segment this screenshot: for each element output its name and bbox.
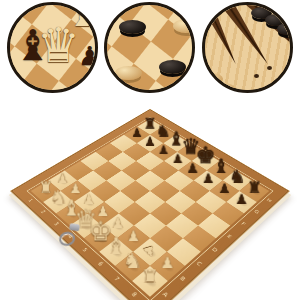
folding-chessboard: ♜♞♝♛♚♝♞♜♟♟♟♟♟♟♟♟♟♟♟♟♟♟♟♟♜♞♝♛♚♝♞♜ 1234567… (11, 109, 289, 300)
rank-label: 6 (97, 260, 105, 267)
board-grid: ♜♞♝♛♚♝♞♜♟♟♟♟♟♟♟♟♟♟♟♟♟♟♟♟♜♞♝♛♚♝♞♜ (31, 119, 269, 297)
wood-knot-dot (267, 66, 272, 70)
black-checker-disc (119, 20, 146, 34)
black-backgammon-disc (277, 23, 293, 35)
rank-label: 7 (113, 275, 121, 282)
file-label: D (211, 246, 219, 253)
file-label: H (266, 198, 273, 203)
chess-detail-inset: ♝ ♛ ♝ ♟ (7, 2, 98, 93)
white-pawn-fallen: ♟ (141, 243, 159, 258)
dark-pawn-icon: ♟ (78, 43, 98, 69)
rank-label: 8 (130, 291, 139, 298)
clasp-tab (69, 223, 80, 231)
white-pawn: ♟ (69, 182, 82, 197)
board-frame: ♜♞♝♛♚♝♞♜♟♟♟♟♟♟♟♟♟♟♟♟♟♟♟♟♜♞♝♛♚♝♞♜ 1234567… (11, 109, 289, 300)
white-pawn: ♟ (56, 171, 69, 185)
file-label: C (195, 260, 203, 267)
checkersboard-closeup (104, 2, 195, 93)
detail-insets: ♝ ♛ ♝ ♟ (0, 2, 300, 96)
black-checker-disc (159, 60, 186, 74)
black-pawn: ♟ (218, 182, 231, 197)
file-label: B (179, 275, 187, 282)
white-pawn: ♟ (111, 215, 125, 231)
rank-label: 2 (39, 209, 47, 214)
rank-label: 5 (81, 247, 89, 253)
light-backgammon-disc (202, 73, 223, 85)
backgammon-detail-inset (202, 2, 293, 93)
light-checker-disc (173, 19, 195, 33)
light-bishop-icon: ♝ (68, 2, 98, 31)
wood-knot-dot (282, 73, 287, 77)
wood-knot-dot (254, 74, 259, 78)
file-label: G (253, 209, 261, 215)
file-label: A (161, 291, 170, 299)
wood-knot-dot (289, 57, 293, 61)
rank-label: 1 (27, 198, 34, 203)
light-checker-disc (115, 66, 142, 80)
file-label: E (226, 233, 233, 239)
file-label: F (240, 221, 247, 226)
black-bishop: ♝ (212, 156, 230, 176)
checkers-detail-inset (104, 2, 195, 93)
product-photo: ♝ ♛ ♝ ♟ (0, 0, 300, 300)
chessboard-scene: ♜♞♝♛♚♝♞♜♟♟♟♟♟♟♟♟♟♟♟♟♟♟♟♟♜♞♝♛♚♝♞♜ 1234567… (0, 86, 300, 300)
